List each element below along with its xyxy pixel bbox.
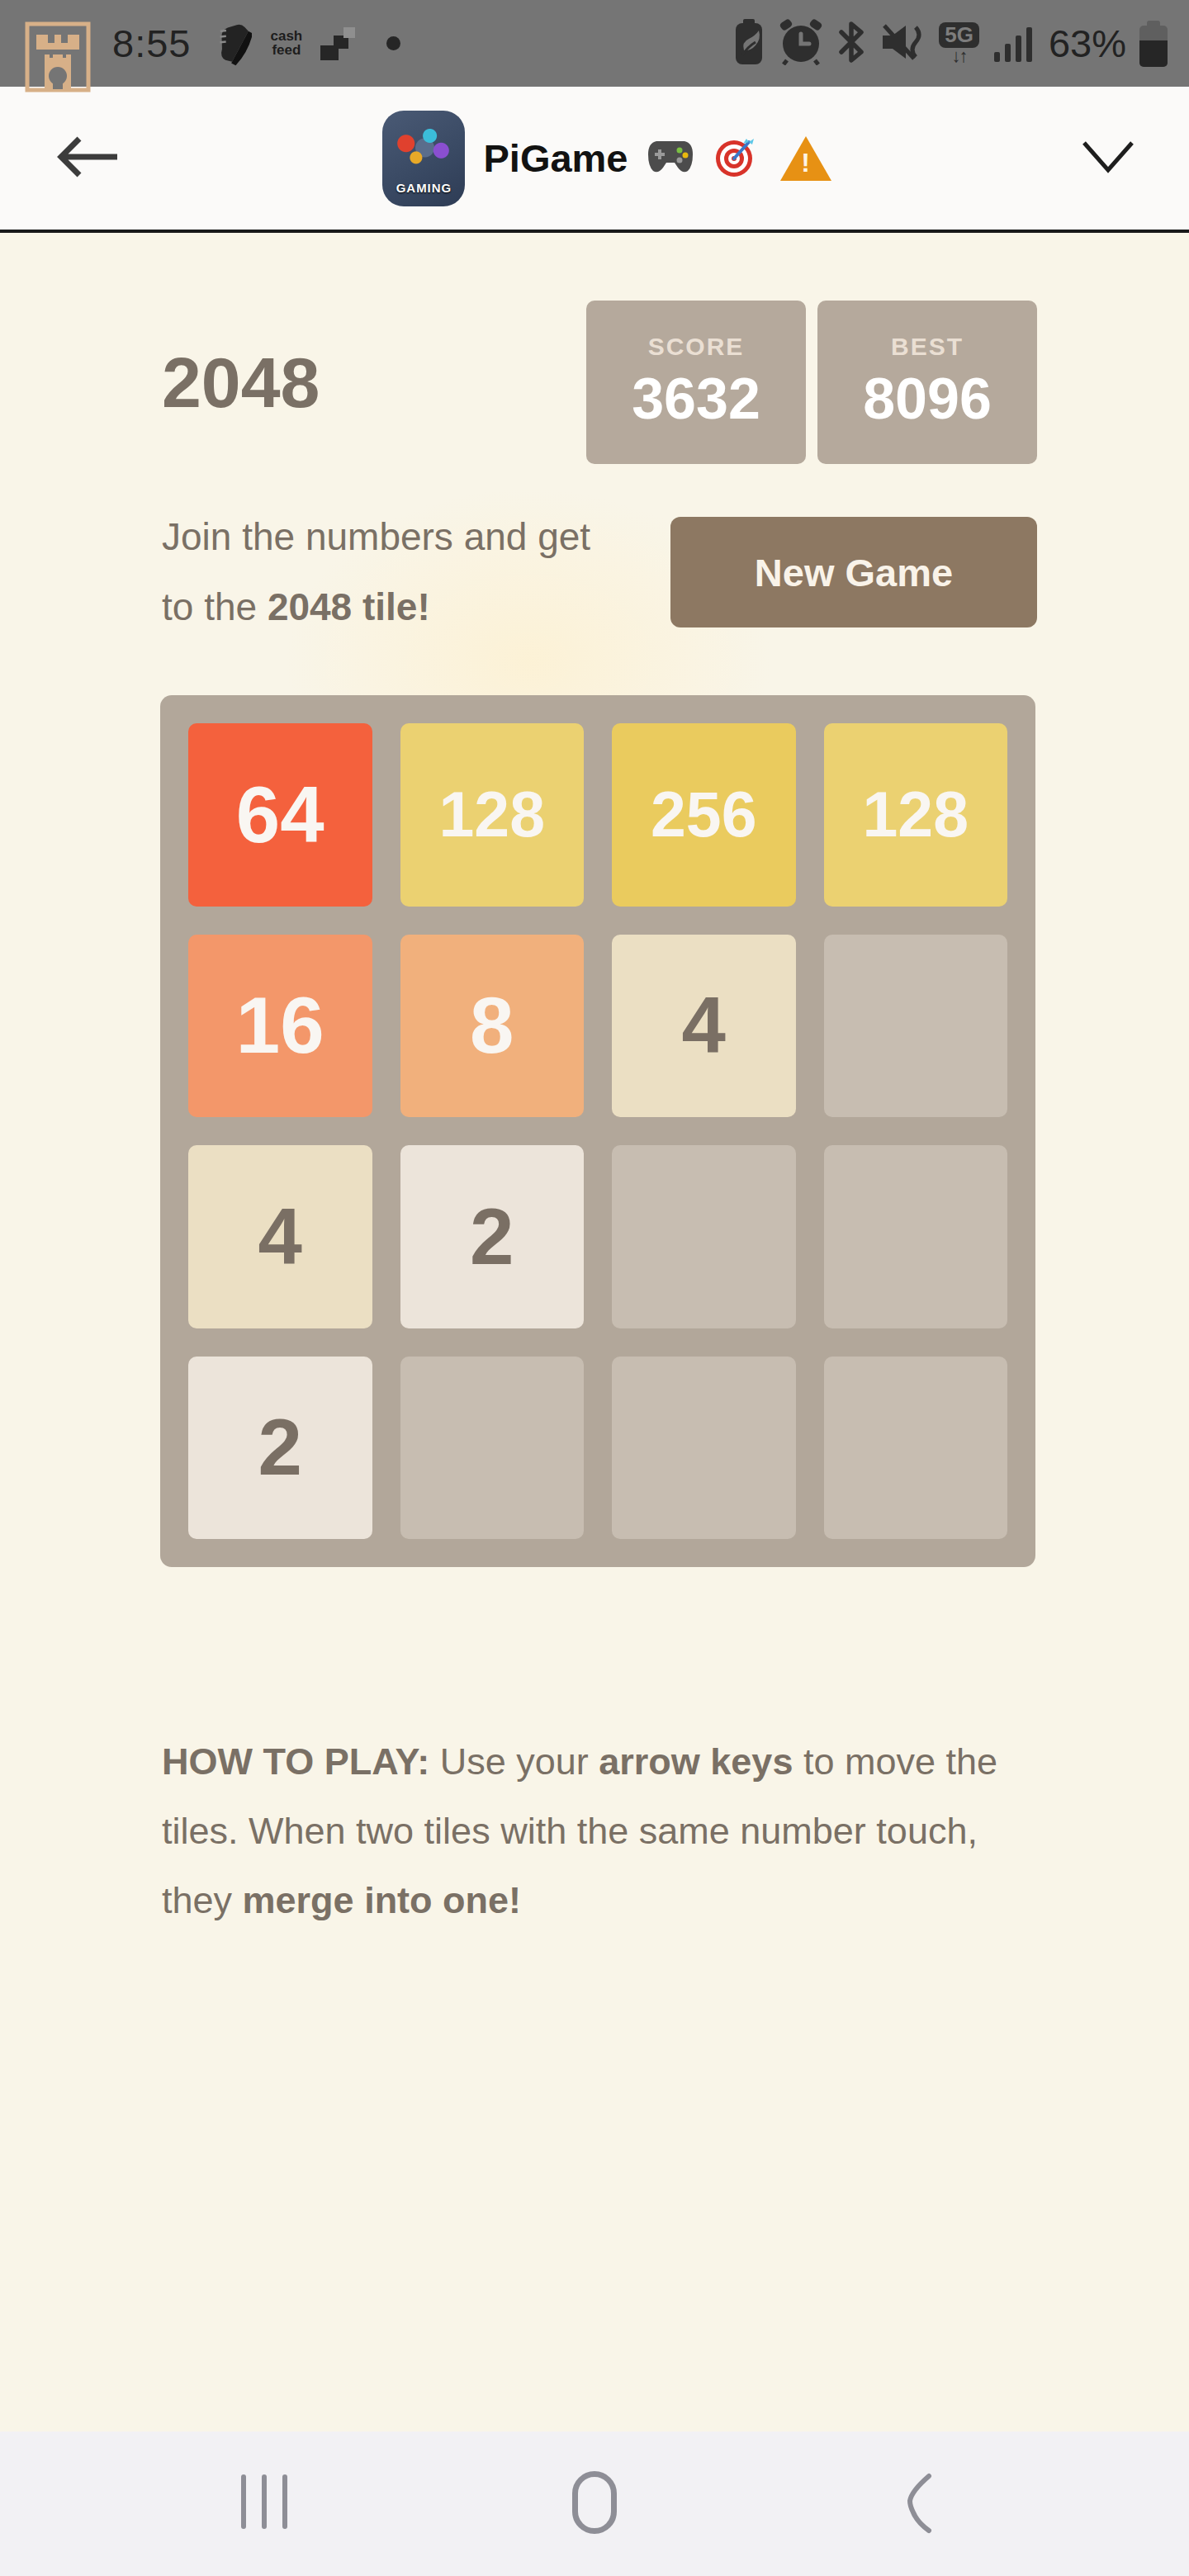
new-game-button[interactable]: New Game bbox=[670, 517, 1037, 627]
tile-128: 128 bbox=[824, 723, 1008, 907]
recents-button[interactable] bbox=[241, 2474, 287, 2529]
app-icon-label: GAMING bbox=[382, 181, 465, 195]
gamepad-emoji bbox=[647, 140, 694, 178]
signal-icon bbox=[992, 21, 1035, 67]
page-title: PiGame bbox=[483, 135, 628, 181]
5g-icon: 5G ↓↑ bbox=[939, 22, 979, 64]
app-icon-art bbox=[392, 121, 455, 175]
shoe-icon bbox=[209, 17, 252, 71]
tile-64: 64 bbox=[188, 723, 372, 907]
cell-empty bbox=[612, 1145, 796, 1328]
dot-icon bbox=[386, 36, 400, 50]
intro-text: Join the numbers and get to the 2048 til… bbox=[162, 502, 632, 642]
cell-empty bbox=[612, 1357, 796, 1540]
back-arrow-button[interactable] bbox=[54, 130, 122, 187]
stairs-icon bbox=[320, 27, 357, 60]
battery-icon bbox=[1139, 21, 1168, 67]
tile-256: 256 bbox=[612, 723, 796, 907]
battery-saver-icon bbox=[732, 19, 765, 69]
cell-empty bbox=[824, 935, 1008, 1118]
score-value: 3632 bbox=[632, 366, 760, 432]
cell-empty bbox=[824, 1145, 1008, 1328]
cash-feed-icon: cash feed bbox=[270, 30, 302, 56]
best-box: BEST 8096 bbox=[817, 301, 1037, 464]
tile-128: 128 bbox=[400, 723, 585, 907]
battery-percent: 63% bbox=[1049, 21, 1126, 66]
gesture-nav-bar bbox=[0, 2432, 1189, 2576]
status-bar: 8:55 cash feed bbox=[0, 0, 1189, 87]
cell-empty bbox=[824, 1357, 1008, 1540]
tile-2: 2 bbox=[400, 1145, 585, 1328]
target-emoji bbox=[713, 135, 756, 182]
best-value: 8096 bbox=[863, 366, 992, 432]
cell-empty bbox=[400, 1357, 585, 1540]
vibrate-mute-icon bbox=[879, 19, 926, 69]
app-bar: GAMING PiGame bbox=[0, 87, 1189, 233]
how-to-play-text: HOW TO PLAY: Use your arrow keys to move… bbox=[162, 1727, 1012, 1935]
game-board-2048[interactable]: 641282561281684422 bbox=[160, 695, 1035, 1567]
tile-8: 8 bbox=[400, 935, 585, 1118]
alarm-icon bbox=[779, 19, 823, 69]
bluetooth-icon bbox=[836, 19, 866, 69]
castle-notification-icon[interactable] bbox=[25, 21, 91, 96]
chevron-down-icon[interactable] bbox=[1082, 140, 1135, 177]
phone-screen: 8:55 cash feed bbox=[0, 0, 1189, 2576]
tile-4: 4 bbox=[188, 1145, 372, 1328]
app-icon: GAMING bbox=[382, 111, 465, 206]
game-page: 2048 SCORE 3632 BEST 8096 Join the numbe… bbox=[0, 233, 1189, 2432]
tile-2: 2 bbox=[188, 1357, 372, 1540]
clock: 8:55 bbox=[112, 21, 191, 66]
nav-back-button[interactable] bbox=[905, 2473, 933, 2537]
tile-16: 16 bbox=[188, 935, 372, 1118]
best-label: BEST bbox=[891, 333, 964, 361]
game-title: 2048 bbox=[162, 342, 320, 424]
score-label: SCORE bbox=[648, 333, 745, 361]
score-box: SCORE 3632 bbox=[586, 301, 806, 464]
tile-4: 4 bbox=[612, 935, 796, 1118]
warning-emoji: ! bbox=[780, 136, 831, 181]
home-button[interactable] bbox=[572, 2471, 617, 2534]
